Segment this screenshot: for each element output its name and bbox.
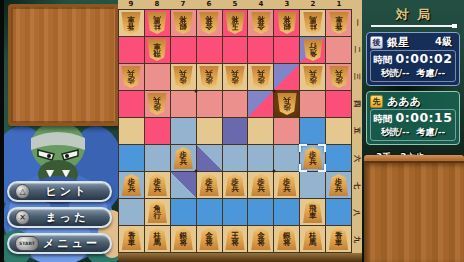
shogi-board: 987654321 香車桂馬銀将金将玉将金将銀将桂馬香車飛車角行歩兵歩兵歩兵歩兵… — [118, 0, 362, 262]
screen-left-edge — [0, 0, 4, 262]
square-4i[interactable]: 金将 — [248, 226, 273, 252]
gote-time-label: 時間 — [374, 54, 393, 67]
square-9g[interactable]: 歩兵 — [119, 172, 144, 198]
square-8h[interactable]: 角行 — [145, 199, 170, 225]
triangle-button-icon: △ — [15, 184, 30, 199]
square-2f[interactable]: 歩兵 — [300, 145, 325, 171]
square-2a[interactable]: 桂馬 — [300, 10, 325, 36]
undo-button[interactable]: × まった — [7, 207, 112, 228]
square-4h[interactable] — [248, 199, 273, 225]
piece-歩兵-sente: 歩兵 — [147, 174, 167, 196]
undo-button-label: まった — [30, 210, 104, 225]
square-6g[interactable]: 歩兵 — [197, 172, 222, 198]
sente-byoyomi: 秒読/-- — [381, 126, 410, 139]
square-4e[interactable] — [248, 118, 273, 144]
square-8a[interactable]: 桂馬 — [145, 10, 170, 36]
piece-飛車-gote: 飛車 — [147, 39, 167, 61]
piece-金将-gote: 金将 — [199, 12, 219, 34]
square-7d[interactable] — [171, 91, 196, 117]
file-label-3: 3 — [274, 0, 300, 9]
board-grid: 香車桂馬銀将金将玉将金将銀将桂馬香車飛車角行歩兵歩兵歩兵歩兵歩兵歩兵歩兵歩兵歩兵… — [118, 9, 352, 253]
sente-badge: 先 — [370, 95, 383, 108]
piece-銀将-gote: 銀将 — [173, 12, 193, 34]
square-5a[interactable]: 玉将 — [223, 10, 248, 36]
square-5b[interactable] — [223, 37, 248, 63]
piece-玉将-gote: 玉将 — [225, 12, 245, 34]
star-point — [272, 89, 275, 92]
piece-歩兵-gote: 歩兵 — [121, 66, 141, 88]
square-6a[interactable]: 金将 — [197, 10, 222, 36]
file-label-8: 8 — [144, 0, 170, 9]
square-9a[interactable]: 香車 — [119, 10, 144, 36]
sente-piece-stand — [364, 155, 464, 262]
square-7c[interactable]: 歩兵 — [171, 64, 196, 90]
square-5i[interactable]: 王将 — [223, 226, 248, 252]
file-labels: 987654321 — [118, 0, 352, 9]
piece-銀将-sente: 銀将 — [277, 228, 297, 250]
sente-player-name: あああ — [387, 94, 421, 109]
square-8f[interactable] — [145, 145, 170, 171]
square-3d[interactable]: 歩兵 — [274, 91, 299, 117]
square-3i[interactable]: 銀将 — [274, 226, 299, 252]
piece-歩兵-gote: 歩兵 — [173, 66, 193, 88]
gote-badge: 後 — [370, 36, 383, 49]
square-9i[interactable]: 香車 — [119, 226, 144, 252]
square-5d[interactable] — [223, 91, 248, 117]
file-label-2: 2 — [300, 0, 326, 9]
sente-time-box: 時間 0:00:15 秒読/-- 考慮/-- — [370, 109, 456, 141]
square-9f[interactable] — [119, 145, 144, 171]
square-6d[interactable] — [197, 91, 222, 117]
square-3f[interactable] — [274, 145, 299, 171]
square-3h[interactable] — [274, 199, 299, 225]
shogi-game-screen: △ ヒント × まった START メニュー 987654321 香車桂馬銀将金… — [0, 0, 464, 262]
piece-桂馬-gote: 桂馬 — [303, 12, 323, 34]
square-9e[interactable] — [119, 118, 144, 144]
piece-歩兵-gote: 歩兵 — [251, 66, 271, 88]
square-2h[interactable]: 飛車 — [300, 199, 325, 225]
piece-歩兵-gote: 歩兵 — [199, 66, 219, 88]
square-3g[interactable]: 歩兵 — [274, 172, 299, 198]
hint-button[interactable]: △ ヒント — [7, 181, 112, 202]
action-buttons: △ ヒント × まった START メニュー — [7, 181, 112, 254]
square-8e[interactable] — [145, 118, 170, 144]
gote-byoyomi: 秒読/-- — [381, 67, 410, 80]
file-label-4: 4 — [248, 0, 274, 9]
gote-time-value: 0:00:02 — [396, 51, 453, 66]
piece-stand-body — [364, 163, 464, 262]
square-2i[interactable]: 桂馬 — [300, 226, 325, 252]
star-point — [272, 170, 275, 173]
square-4g[interactable]: 歩兵 — [248, 172, 273, 198]
sente-player-box: 先 あああ 時間 0:00:15 秒読/-- 考慮/-- — [366, 91, 460, 145]
cross-button-icon: × — [15, 210, 30, 225]
piece-桂馬-gote: 桂馬 — [147, 12, 167, 34]
square-6i[interactable]: 金将 — [197, 226, 222, 252]
square-7f[interactable]: 歩兵 — [171, 145, 196, 171]
piece-王将-sente: 王将 — [225, 228, 245, 250]
gote-player-grade: 4級 — [435, 35, 456, 49]
gote-piece-stand — [8, 4, 120, 126]
square-9c[interactable]: 歩兵 — [119, 64, 144, 90]
square-3e[interactable] — [274, 118, 299, 144]
piece-歩兵-gote: 歩兵 — [225, 66, 245, 88]
piece-銀将-sente: 銀将 — [173, 228, 193, 250]
piece-歩兵-sente: 歩兵 — [277, 174, 297, 196]
piece-金将-sente: 金将 — [251, 228, 271, 250]
square-7g[interactable] — [171, 172, 196, 198]
square-9b[interactable] — [119, 37, 144, 63]
square-2g[interactable] — [300, 172, 325, 198]
piece-歩兵-sente: 歩兵 — [121, 174, 141, 196]
hint-button-label: ヒント — [30, 184, 104, 199]
piece-歩兵-gote: 歩兵 — [277, 93, 297, 115]
piece-歩兵-sente: 歩兵 — [173, 147, 193, 169]
piece-金将-gote: 金将 — [251, 12, 271, 34]
square-2e[interactable] — [300, 118, 325, 144]
square-9d[interactable] — [119, 91, 144, 117]
square-7e[interactable] — [171, 118, 196, 144]
square-5f[interactable] — [223, 145, 248, 171]
board-bottom-edge — [118, 253, 362, 262]
sente-consideration: 考慮/-- — [417, 126, 446, 139]
square-7i[interactable]: 銀将 — [171, 226, 196, 252]
square-2b[interactable]: 角行 — [300, 37, 325, 63]
square-8d[interactable]: 歩兵 — [145, 91, 170, 117]
square-8c[interactable] — [145, 64, 170, 90]
file-label-6: 6 — [196, 0, 222, 9]
square-3b[interactable] — [274, 37, 299, 63]
square-6f[interactable] — [197, 145, 222, 171]
left-panel: △ ヒント × まった START メニュー — [0, 0, 118, 262]
square-7a[interactable]: 銀将 — [171, 10, 196, 36]
square-2c[interactable]: 歩兵 — [300, 64, 325, 90]
square-4b[interactable] — [248, 37, 273, 63]
piece-飛車-sente: 飛車 — [303, 201, 323, 223]
square-6c[interactable]: 歩兵 — [197, 64, 222, 90]
square-2d[interactable] — [300, 91, 325, 117]
square-9h[interactable] — [119, 199, 144, 225]
sente-time-label: 時間 — [374, 113, 393, 126]
square-4c[interactable]: 歩兵 — [248, 64, 273, 90]
gote-consideration: 考慮/-- — [417, 67, 446, 80]
menu-button[interactable]: START メニュー — [7, 233, 112, 254]
gote-player-box: 後 銀星 4級 時間 0:00:02 秒読/-- 考慮/-- — [366, 32, 460, 86]
square-3c[interactable] — [274, 64, 299, 90]
panel-title-underline — [371, 25, 455, 27]
square-8g[interactable]: 歩兵 — [145, 172, 170, 198]
star-point — [195, 170, 198, 173]
square-7h[interactable] — [171, 199, 196, 225]
piece-歩兵-sente: 歩兵 — [251, 174, 271, 196]
square-5h[interactable] — [223, 199, 248, 225]
piece-歩兵-sente: 歩兵 — [225, 174, 245, 196]
start-button-icon: START — [15, 236, 39, 251]
piece-香車-sente: 香車 — [121, 228, 141, 250]
piece-香車-gote: 香車 — [121, 12, 141, 34]
square-8b[interactable]: 飛車 — [145, 37, 170, 63]
piece-桂馬-sente: 桂馬 — [147, 228, 167, 250]
rank-labels: 一二三四五六七八九 — [352, 0, 362, 253]
square-7b[interactable] — [171, 37, 196, 63]
gote-time-box: 時間 0:00:02 秒読/-- 考慮/-- — [370, 50, 456, 82]
star-point — [195, 89, 198, 92]
square-8i[interactable]: 桂馬 — [145, 226, 170, 252]
file-label-9: 9 — [118, 0, 144, 9]
piece-角行-sente: 角行 — [147, 201, 167, 223]
panel-title: 対局 — [362, 6, 464, 24]
piece-銀将-gote: 銀将 — [277, 12, 297, 34]
piece-歩兵-gote: 歩兵 — [147, 93, 167, 115]
square-5e[interactable] — [223, 118, 248, 144]
square-3a[interactable]: 銀将 — [274, 10, 299, 36]
square-4a[interactable]: 金将 — [248, 10, 273, 36]
piece-角行-gote: 角行 — [303, 39, 323, 61]
file-label-1: 1 — [326, 0, 352, 9]
square-5c[interactable]: 歩兵 — [223, 64, 248, 90]
square-5g[interactable]: 歩兵 — [223, 172, 248, 198]
square-6b[interactable] — [197, 37, 222, 63]
file-label-5: 5 — [222, 0, 248, 9]
gote-player-name: 銀星 — [387, 35, 409, 50]
piece-金将-sente: 金将 — [199, 228, 219, 250]
piece-歩兵-sente: 歩兵 — [199, 174, 219, 196]
piece-歩兵-gote: 歩兵 — [303, 66, 323, 88]
info-panel: 対局 後 銀星 4級 時間 0:00:02 秒読/-- 考慮/-- 先 — [362, 0, 464, 262]
sente-time-value: 0:00:15 — [396, 110, 453, 125]
piece-歩兵-sente: 歩兵 — [303, 147, 323, 169]
square-6e[interactable] — [197, 118, 222, 144]
file-label-7: 7 — [170, 0, 196, 9]
square-4f[interactable] — [248, 145, 273, 171]
square-6h[interactable] — [197, 199, 222, 225]
square-4d[interactable] — [248, 91, 273, 117]
menu-button-label: メニュー — [39, 236, 104, 251]
piece-桂馬-sente: 桂馬 — [303, 228, 323, 250]
piece-stand-lip — [364, 155, 464, 163]
